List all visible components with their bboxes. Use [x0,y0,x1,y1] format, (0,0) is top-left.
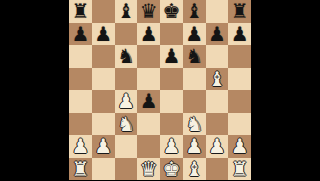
piece-black-knight[interactable]: ♞ [185,46,203,66]
square-b1[interactable] [92,158,115,181]
square-f5[interactable] [183,68,206,91]
piece-white-rook[interactable]: ♜ [71,158,89,178]
piece-white-pawn[interactable]: ♟ [117,91,135,111]
square-d4[interactable]: ♟ [137,90,160,113]
square-e2[interactable]: ♟ [160,135,183,158]
square-b5[interactable] [92,68,115,91]
square-f4[interactable] [183,90,206,113]
square-a8[interactable]: ♜ [69,0,92,23]
square-a1[interactable]: ♜ [69,158,92,181]
chess-board: ♜♝♛♚♝♜♟♟♟♟♟♟♞♟♞♝♟♟♞♞♟♟♟♟♟♟♜♛♚♝♜ [69,0,251,180]
square-h8[interactable]: ♜ [228,0,251,23]
piece-white-pawn[interactable]: ♟ [94,136,112,156]
square-g7[interactable]: ♟ [206,23,229,46]
piece-black-pawn[interactable]: ♟ [185,23,203,43]
square-f2[interactable]: ♟ [183,135,206,158]
square-d5[interactable] [137,68,160,91]
piece-white-pawn[interactable]: ♟ [185,136,203,156]
square-a5[interactable] [69,68,92,91]
square-b3[interactable] [92,113,115,136]
square-c3[interactable]: ♞ [115,113,138,136]
square-g3[interactable] [206,113,229,136]
piece-black-rook[interactable]: ♜ [231,1,249,21]
piece-white-pawn[interactable]: ♟ [71,136,89,156]
square-b6[interactable] [92,45,115,68]
square-e6[interactable]: ♟ [160,45,183,68]
piece-black-pawn[interactable]: ♟ [162,46,180,66]
square-b4[interactable] [92,90,115,113]
piece-black-king[interactable]: ♚ [162,1,180,21]
square-d3[interactable] [137,113,160,136]
square-f6[interactable]: ♞ [183,45,206,68]
video-frame: ♜♝♛♚♝♜♟♟♟♟♟♟♞♟♞♝♟♟♞♞♟♟♟♟♟♟♜♛♚♝♜ [0,0,320,180]
piece-white-king[interactable]: ♚ [162,158,180,178]
square-g8[interactable] [206,0,229,23]
square-a2[interactable]: ♟ [69,135,92,158]
piece-white-rook[interactable]: ♜ [231,158,249,178]
square-b7[interactable]: ♟ [92,23,115,46]
square-d8[interactable]: ♛ [137,0,160,23]
square-h5[interactable] [228,68,251,91]
letterbox-right [251,0,320,180]
square-c4[interactable]: ♟ [115,90,138,113]
piece-black-bishop[interactable]: ♝ [185,1,203,21]
piece-white-pawn[interactable]: ♟ [208,136,226,156]
piece-black-pawn[interactable]: ♟ [71,23,89,43]
square-c1[interactable] [115,158,138,181]
square-h4[interactable] [228,90,251,113]
square-g1[interactable] [206,158,229,181]
piece-black-pawn[interactable]: ♟ [140,23,158,43]
square-e8[interactable]: ♚ [160,0,183,23]
piece-black-pawn[interactable]: ♟ [140,91,158,111]
square-d2[interactable] [137,135,160,158]
square-h6[interactable] [228,45,251,68]
square-g5[interactable]: ♝ [206,68,229,91]
piece-white-pawn[interactable]: ♟ [162,136,180,156]
square-f7[interactable]: ♟ [183,23,206,46]
square-d1[interactable]: ♛ [137,158,160,181]
piece-white-pawn[interactable]: ♟ [231,136,249,156]
piece-black-rook[interactable]: ♜ [71,1,89,21]
square-e1[interactable]: ♚ [160,158,183,181]
square-c2[interactable] [115,135,138,158]
letterbox-left [0,0,69,180]
piece-white-knight[interactable]: ♞ [185,113,203,133]
square-e7[interactable] [160,23,183,46]
square-a6[interactable] [69,45,92,68]
square-c8[interactable]: ♝ [115,0,138,23]
square-h3[interactable] [228,113,251,136]
square-b8[interactable] [92,0,115,23]
square-h2[interactable]: ♟ [228,135,251,158]
square-d6[interactable] [137,45,160,68]
piece-black-pawn[interactable]: ♟ [94,23,112,43]
piece-black-pawn[interactable]: ♟ [208,23,226,43]
square-f1[interactable]: ♝ [183,158,206,181]
square-h7[interactable]: ♟ [228,23,251,46]
piece-white-knight[interactable]: ♞ [117,113,135,133]
square-b2[interactable]: ♟ [92,135,115,158]
square-g6[interactable] [206,45,229,68]
square-a3[interactable] [69,113,92,136]
square-g2[interactable]: ♟ [206,135,229,158]
piece-black-bishop[interactable]: ♝ [117,1,135,21]
piece-white-bishop[interactable]: ♝ [208,68,226,88]
piece-black-knight[interactable]: ♞ [117,46,135,66]
square-a4[interactable] [69,90,92,113]
square-c7[interactable] [115,23,138,46]
square-g4[interactable] [206,90,229,113]
square-c6[interactable]: ♞ [115,45,138,68]
piece-white-queen[interactable]: ♛ [140,158,158,178]
square-d7[interactable]: ♟ [137,23,160,46]
piece-black-queen[interactable]: ♛ [140,1,158,21]
square-e3[interactable] [160,113,183,136]
square-a7[interactable]: ♟ [69,23,92,46]
piece-black-pawn[interactable]: ♟ [231,23,249,43]
piece-white-bishop[interactable]: ♝ [185,158,203,178]
square-f3[interactable]: ♞ [183,113,206,136]
square-f8[interactable]: ♝ [183,0,206,23]
square-e5[interactable] [160,68,183,91]
square-e4[interactable] [160,90,183,113]
square-c5[interactable] [115,68,138,91]
square-h1[interactable]: ♜ [228,158,251,181]
